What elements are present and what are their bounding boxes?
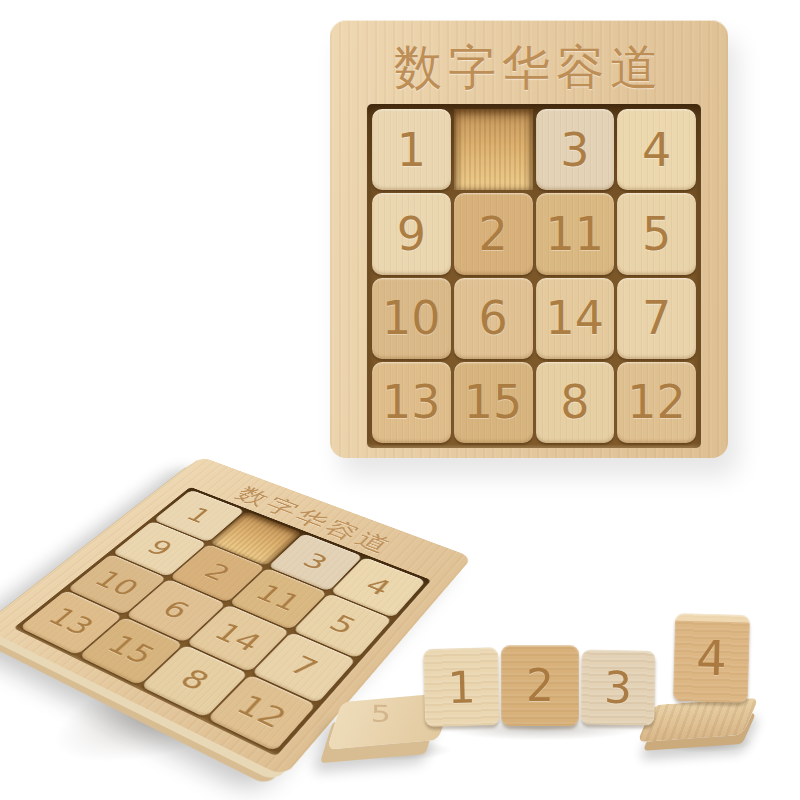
- flat-tile-number: 5: [370, 700, 391, 728]
- loose-tiles-group: 5 4 123: [0, 0, 800, 800]
- loose-tile-3: 3: [580, 649, 655, 725]
- product-photo-canvas: 数字华容道 134921151061471315812 数字华容道 134921…: [0, 0, 800, 800]
- loose-tile-1: 1: [423, 647, 500, 727]
- loose-tile-4: 4: [673, 613, 750, 703]
- loose-tile-2: 2: [501, 645, 579, 726]
- loose-tile-flat-face-down: [637, 698, 759, 743]
